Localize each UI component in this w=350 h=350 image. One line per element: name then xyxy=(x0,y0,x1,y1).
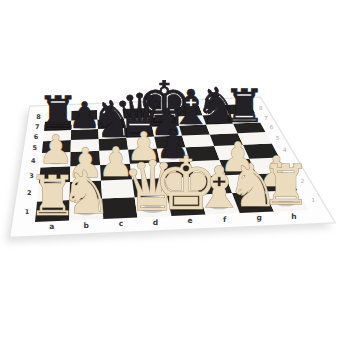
rank-label-left-5: 5 xyxy=(33,144,38,152)
chess-set-photo: abcdefgh1122334455667788♜♟♚♝♞♜♞♛♟♟♟♟♟♟♟♟… xyxy=(0,0,350,350)
piece-white-rook-h1[interactable]: ♜ xyxy=(261,153,310,217)
rank-label-right-6: 6 xyxy=(270,124,274,130)
chess-board: abcdefgh1122334455667788♜♟♚♝♞♜♞♛♟♟♟♟♟♟♟♟… xyxy=(0,0,350,350)
piece-white-knight-b1[interactable]: ♞ xyxy=(60,158,113,227)
piece-black-rook-h7[interactable]: ♜ xyxy=(224,79,266,133)
rank-label-right-5: 5 xyxy=(276,135,280,141)
rank-label-right-1: 1 xyxy=(311,197,315,203)
pieces: ♜♟♚♝♞♜♞♛♟♟♟♟♟♟♟♟♜♞♛♚♝♞♜ xyxy=(28,68,311,227)
